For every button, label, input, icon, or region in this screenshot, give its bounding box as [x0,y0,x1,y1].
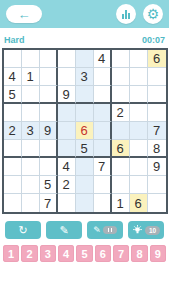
cell-r4c3[interactable] [40,104,58,122]
cell-r2c1[interactable]: 4 [4,68,22,86]
cell-r9c9[interactable] [148,194,166,212]
cell-r6c9[interactable]: 8 [148,140,166,158]
timer-label: 00:07 [142,35,165,45]
eraser-icon: ✎ [59,225,68,236]
sudoku-board: 464135922396756847952716 [2,48,168,214]
cell-r8c5[interactable] [76,176,94,194]
back-button[interactable]: ← [6,5,42,23]
cell-r4c2[interactable] [22,104,40,122]
difficulty-label: Hard [4,35,25,45]
info-row: Hard 00:07 [4,35,165,45]
cell-r5c8[interactable] [130,122,148,140]
cell-r4c4[interactable] [58,104,76,122]
cell-r8c9[interactable] [148,176,166,194]
cell-r3c2[interactable] [22,86,40,104]
cell-r8c7[interactable] [112,176,130,194]
cell-r2c5[interactable]: 3 [76,68,94,86]
cell-r7c9[interactable]: 9 [148,158,166,176]
cell-r9c4[interactable] [58,194,76,212]
pencil-icon: ✎ [93,226,101,235]
statistics-button[interactable] [116,4,136,24]
toolbar: ↻ ✎ ✎ 10 [5,221,164,239]
cell-r4c6[interactable] [94,104,112,122]
cell-r9c6[interactable] [94,194,112,212]
cell-r9c2[interactable] [22,194,40,212]
cell-r7c8[interactable] [130,158,148,176]
cell-r5c4[interactable] [58,122,76,140]
cell-r9c8[interactable]: 6 [130,194,148,212]
cell-r9c5[interactable] [76,194,94,212]
cell-r4c9[interactable] [148,104,166,122]
cell-r1c4[interactable] [58,50,76,68]
numpad-key-9[interactable]: 9 [150,245,166,262]
lightbulb-icon [132,225,143,236]
cell-r6c5[interactable]: 5 [76,140,94,158]
cell-r2c7[interactable] [112,68,130,86]
cell-r3c8[interactable] [130,86,148,104]
cell-r3c1[interactable]: 5 [4,86,22,104]
cell-r2c8[interactable] [130,68,148,86]
cell-r7c2[interactable] [22,158,40,176]
cell-r7c7[interactable] [112,158,130,176]
gear-icon: ⚙ [147,7,160,21]
cell-r5c1[interactable]: 2 [4,122,22,140]
cell-r4c8[interactable] [130,104,148,122]
cell-r1c9[interactable]: 6 [148,50,166,68]
cell-r3c3[interactable] [40,86,58,104]
cell-r2c2[interactable]: 1 [22,68,40,86]
cell-r2c4[interactable] [58,68,76,86]
cell-r1c3[interactable] [40,50,58,68]
cell-r6c3[interactable] [40,140,58,158]
numpad-key-6[interactable]: 6 [95,245,111,262]
cell-r1c2[interactable] [22,50,40,68]
cell-r3c6[interactable] [94,86,112,104]
hint-button[interactable]: 10 [128,221,164,239]
cell-r6c2[interactable] [22,140,40,158]
cell-r8c1[interactable] [4,176,22,194]
settings-button[interactable]: ⚙ [143,4,163,24]
cell-r9c7[interactable]: 1 [112,194,130,212]
cell-r5c9[interactable]: 7 [148,122,166,140]
cell-r1c8[interactable] [130,50,148,68]
cell-r5c7[interactable] [112,122,130,140]
cell-r5c2[interactable]: 3 [22,122,40,140]
cell-r3c5[interactable] [76,86,94,104]
cell-r6c6[interactable] [94,140,112,158]
numpad-key-5[interactable]: 5 [76,245,92,262]
cell-r4c5[interactable] [76,104,94,122]
cell-r6c7[interactable]: 6 [112,140,130,158]
cell-r8c4[interactable]: 2 [58,176,76,194]
pencil-toggle [103,226,117,234]
hint-count-badge: 10 [145,226,160,235]
cell-r8c8[interactable] [130,176,148,194]
numpad-key-4[interactable]: 4 [58,245,74,262]
cell-r7c1[interactable] [4,158,22,176]
cell-r2c6[interactable] [94,68,112,86]
numpad-key-3[interactable]: 3 [40,245,56,262]
numpad-key-1[interactable]: 1 [3,245,19,262]
numpad-key-7[interactable]: 7 [113,245,129,262]
bar-chart-icon [122,10,130,19]
cell-r4c1[interactable] [4,104,22,122]
cell-r7c4[interactable]: 4 [58,158,76,176]
cell-r3c4[interactable]: 9 [58,86,76,104]
cell-r5c6[interactable] [94,122,112,140]
back-arrow-icon: ← [18,8,31,21]
cell-r9c1[interactable] [4,194,22,212]
cell-r6c4[interactable] [58,140,76,158]
cell-r1c1[interactable] [4,50,22,68]
cell-r1c6[interactable]: 4 [94,50,112,68]
cell-r3c9[interactable] [148,86,166,104]
cell-r5c5[interactable]: 6 [76,122,94,140]
cell-r9c3[interactable]: 7 [40,194,58,212]
cell-r8c3[interactable]: 5 [40,176,58,194]
pencil-mode-button[interactable]: ✎ [87,221,123,239]
restart-icon: ↻ [18,225,27,236]
erase-button[interactable]: ✎ [46,221,82,239]
cell-r6c8[interactable] [130,140,148,158]
numpad-key-8[interactable]: 8 [131,245,147,262]
cell-r3c7[interactable] [112,86,130,104]
restart-button[interactable]: ↻ [5,221,41,239]
cell-r2c9[interactable] [148,68,166,86]
cell-r6c1[interactable] [4,140,22,158]
cell-r1c5[interactable] [76,50,94,68]
cell-r8c6[interactable] [94,176,112,194]
cell-r1c7[interactable] [112,50,130,68]
cell-r2c3[interactable] [40,68,58,86]
cell-r8c2[interactable] [22,176,40,194]
cell-r4c7[interactable]: 2 [112,104,130,122]
cell-r5c3[interactable]: 9 [40,122,58,140]
sudoku-app: ← ⚙ Hard 00:07 464135922396756847952716 … [0,0,169,300]
cell-r7c5[interactable] [76,158,94,176]
top-bar: ← ⚙ [0,0,169,28]
cell-r7c6[interactable]: 7 [94,158,112,176]
numpad-key-2[interactable]: 2 [21,245,37,262]
cell-r7c3[interactable] [40,158,58,176]
numpad: 123456789 [3,245,166,262]
